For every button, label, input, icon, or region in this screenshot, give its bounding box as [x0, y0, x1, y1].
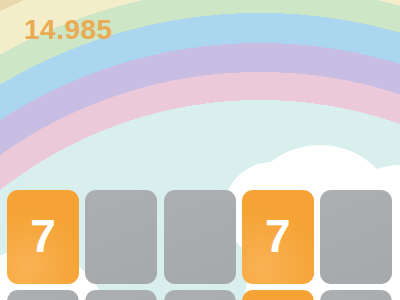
empty-cell [164, 290, 236, 300]
tile-7[interactable]: 7 [7, 190, 79, 284]
empty-cell [7, 290, 79, 300]
game-board[interactable]: 77 [7, 190, 392, 300]
empty-cell [320, 290, 392, 300]
empty-cell [85, 290, 157, 300]
tile-7[interactable]: 7 [242, 190, 314, 284]
empty-cell [164, 190, 236, 284]
game-screen: 14.985 77 [0, 0, 400, 300]
empty-cell [320, 190, 392, 284]
empty-cell [85, 190, 157, 284]
tile-hidden[interactable] [242, 290, 314, 300]
score: 14.985 [24, 14, 113, 46]
